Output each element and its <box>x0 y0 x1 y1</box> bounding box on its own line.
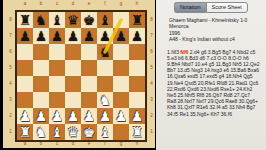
rank-label-8: 8 <box>7 12 14 28</box>
square-b2[interactable]: ♟ <box>33 108 49 124</box>
square-f6[interactable]: ♞ <box>97 44 113 60</box>
square-g1[interactable] <box>113 124 129 140</box>
rank-label-7: 7 <box>148 28 155 44</box>
white-rook: ♜ <box>17 124 33 140</box>
black-pawn: ♟ <box>129 28 145 44</box>
file-labels-top: abcdefgh <box>17 2 145 9</box>
square-e7[interactable]: ♟ <box>81 28 97 44</box>
square-g2[interactable]: ♟ <box>113 108 129 124</box>
black-knight: ♞ <box>33 12 49 28</box>
square-c6[interactable] <box>49 44 65 60</box>
file-label-e: e <box>81 142 97 149</box>
white-pawn: ♟ <box>17 108 33 124</box>
square-g8[interactable] <box>113 12 129 28</box>
rank-label-6: 6 <box>148 44 155 60</box>
white-bishop: ♝ <box>49 124 65 140</box>
square-b5[interactable] <box>33 60 49 76</box>
black-pawn: ♟ <box>17 28 33 44</box>
black-rook: ♜ <box>17 12 33 28</box>
rank-label-8: 8 <box>148 12 155 28</box>
moves-before-current[interactable]: 1.Nf3 <box>167 49 180 55</box>
eco-opening: A48 - King's Indian without c4 <box>169 36 266 42</box>
square-d4[interactable] <box>65 76 81 92</box>
black-bishop: ♝ <box>49 12 65 28</box>
square-g6[interactable] <box>113 44 129 60</box>
square-d2[interactable]: ♟ <box>65 108 81 124</box>
rank-label-2: 2 <box>148 108 155 124</box>
square-a5[interactable] <box>17 60 33 76</box>
square-d1[interactable]: ♛ <box>65 124 81 140</box>
white-pawn: ♟ <box>33 108 49 124</box>
square-a1[interactable]: ♜ <box>17 124 33 140</box>
square-e8[interactable]: ♚ <box>81 12 97 28</box>
black-bishop: ♝ <box>97 12 113 28</box>
white-knight: ♞ <box>33 124 49 140</box>
square-d3[interactable] <box>65 92 81 108</box>
rank-label-4: 4 <box>148 76 155 92</box>
square-e1[interactable]: ♚ <box>81 124 97 140</box>
file-label-f: f <box>97 2 113 9</box>
square-a4[interactable] <box>17 76 33 92</box>
square-d8[interactable]: ♛ <box>65 12 81 28</box>
square-a6[interactable] <box>17 44 33 60</box>
white-knight: ♞ <box>97 92 113 108</box>
rank-label-1: 1 <box>7 124 14 140</box>
square-c5[interactable] <box>49 60 65 76</box>
white-rook: ♜ <box>129 124 145 140</box>
black-king: ♚ <box>81 12 97 28</box>
file-label-h: h <box>129 142 145 149</box>
square-g3[interactable] <box>113 92 129 108</box>
square-c4[interactable] <box>49 76 65 92</box>
square-b7[interactable]: ♟ <box>33 28 49 44</box>
square-h1[interactable]: ♜ <box>129 124 145 140</box>
file-label-d: d <box>65 2 81 9</box>
square-g5[interactable] <box>113 60 129 76</box>
square-b3[interactable] <box>33 92 49 108</box>
rank-labels-left: 87654321 <box>7 12 14 140</box>
black-pawn: ♟ <box>49 28 65 44</box>
black-pawn: ♟ <box>113 28 129 44</box>
square-h6[interactable] <box>129 44 145 60</box>
white-pawn: ♟ <box>49 108 65 124</box>
rank-label-3: 3 <box>148 92 155 108</box>
square-d6[interactable] <box>65 44 81 60</box>
square-f3[interactable]: ♞ <box>97 92 113 108</box>
white-pawn: ♟ <box>81 108 97 124</box>
white-king: ♚ <box>81 124 97 140</box>
square-f2[interactable]: ♟ <box>97 108 113 124</box>
rank-label-4: 4 <box>7 76 14 92</box>
game-header: Ghaem Maghami - Khmelnitsky 1-0 Menorca … <box>169 17 266 43</box>
file-label-f: f <box>97 142 113 149</box>
square-h4[interactable] <box>129 76 145 92</box>
white-queen: ♛ <box>65 124 81 140</box>
square-h5[interactable] <box>129 60 145 76</box>
black-knight: ♞ <box>97 44 113 60</box>
square-c3[interactable] <box>49 92 65 108</box>
square-e5[interactable] <box>81 60 97 76</box>
black-pawn: ♟ <box>81 28 97 44</box>
rank-labels-right: 87654321 <box>148 12 155 140</box>
square-c7[interactable]: ♟ <box>49 28 65 44</box>
black-pawn: ♟ <box>33 28 49 44</box>
tab-bar: Notation Score Sheet <box>156 2 266 13</box>
square-g4[interactable] <box>113 76 129 92</box>
square-h7[interactable]: ♟ <box>129 28 145 44</box>
white-bishop: ♝ <box>97 124 113 140</box>
chess-app-window: abcdefgh 87654321 87654321 abcdefgh ♜♞♝♛… <box>0 0 266 150</box>
square-h8[interactable]: ♜ <box>129 12 145 28</box>
square-e4[interactable] <box>81 76 97 92</box>
square-h3[interactable] <box>129 92 145 108</box>
file-label-b: b <box>33 142 49 149</box>
square-f4[interactable] <box>97 76 113 92</box>
square-a8[interactable]: ♜ <box>17 12 33 28</box>
file-label-h: h <box>129 2 145 9</box>
file-label-c: c <box>49 2 65 9</box>
moves-after-current[interactable]: 2.d4 g6 3.Bg5 Bg7 4.Nbd2 c5 5.e3 b6 6.Bd… <box>167 49 259 117</box>
rank-label-6: 6 <box>7 44 14 60</box>
square-g7[interactable]: ♟ <box>113 28 129 44</box>
square-f5[interactable] <box>97 60 113 76</box>
board-area: abcdefgh 87654321 87654321 abcdefgh ♜♞♝♛… <box>3 0 155 148</box>
tab-notation[interactable]: Notation <box>174 2 206 13</box>
square-a2[interactable]: ♟ <box>17 108 33 124</box>
white-pawn: ♟ <box>97 108 113 124</box>
file-label-g: g <box>113 2 129 9</box>
white-pawn: ♟ <box>113 108 129 124</box>
square-d5[interactable] <box>65 60 81 76</box>
square-c8[interactable]: ♝ <box>49 12 65 28</box>
square-b6[interactable] <box>33 44 49 60</box>
square-e2[interactable]: ♟ <box>81 108 97 124</box>
move-list[interactable]: 1.Nf3 Nf6 2.d4 g6 3.Bg5 Bg7 4.Nbd2 c5 5.… <box>167 49 260 117</box>
white-pawn: ♟ <box>129 108 145 124</box>
rank-label-3: 3 <box>7 92 14 108</box>
black-rook: ♜ <box>129 12 145 28</box>
square-e3[interactable] <box>81 92 97 108</box>
square-h2[interactable]: ♟ <box>129 108 145 124</box>
black-queen: ♛ <box>65 12 81 28</box>
file-label-a: a <box>17 142 33 149</box>
file-label-g: g <box>113 142 129 149</box>
square-e6[interactable] <box>81 44 97 60</box>
square-a3[interactable] <box>17 92 33 108</box>
file-label-c: c <box>49 142 65 149</box>
chess-board[interactable]: ♜♞♝♛♚♝♜♟♟♟♟♟♟♟♟♞♞♟♟♟♟♟♟♟♟♜♞♝♛♚♝♜ <box>15 10 147 142</box>
square-d7[interactable]: ♟ <box>65 28 81 44</box>
square-b8[interactable]: ♞ <box>33 12 49 28</box>
square-b4[interactable] <box>33 76 49 92</box>
black-pawn: ♟ <box>97 28 113 44</box>
square-f1[interactable]: ♝ <box>97 124 113 140</box>
square-b1[interactable]: ♞ <box>33 124 49 140</box>
rank-label-1: 1 <box>148 124 155 140</box>
square-c1[interactable]: ♝ <box>49 124 65 140</box>
rank-label-2: 2 <box>7 108 14 124</box>
square-a7[interactable]: ♟ <box>17 28 33 44</box>
rank-label-5: 5 <box>148 60 155 76</box>
file-label-a: a <box>17 2 33 9</box>
file-labels-bottom: abcdefgh <box>17 142 145 149</box>
file-label-b: b <box>33 2 49 9</box>
rank-label-5: 5 <box>7 60 14 76</box>
file-label-e: e <box>81 2 97 9</box>
square-c2[interactable]: ♟ <box>49 108 65 124</box>
file-label-d: d <box>65 142 81 149</box>
tab-score-sheet[interactable]: Score Sheet <box>206 2 248 13</box>
notation-panel: Notation Score Sheet Ghaem Maghami - Khm… <box>156 0 266 150</box>
square-f8[interactable]: ♝ <box>97 12 113 28</box>
rank-label-7: 7 <box>7 28 14 44</box>
square-f7[interactable]: ♟ <box>97 28 113 44</box>
white-pawn: ♟ <box>65 108 81 124</box>
black-pawn: ♟ <box>65 28 81 44</box>
